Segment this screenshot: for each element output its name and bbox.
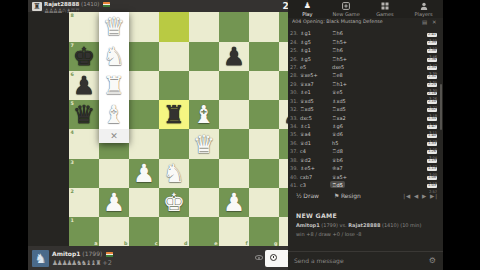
- white-move[interactable]: ♗e5+: [300, 165, 315, 171]
- move-row-24: 24.♗g5♖h5+2:393:50: [288, 37, 443, 45]
- square-f3[interactable]: [219, 159, 249, 188]
- white-move[interactable]: ♗c1: [300, 123, 310, 129]
- square-f5[interactable]: [219, 100, 249, 129]
- new-game-section: NEW GAME Amitop1 (1799) vs. Rajat28888 (…: [296, 212, 436, 237]
- move-number: 25.: [290, 47, 298, 53]
- half-point-icon: ½: [296, 192, 302, 199]
- move-row-40: 40.cxb7♕a5+1:082:58: [288, 172, 443, 180]
- white-move[interactable]: dxc5: [300, 115, 312, 121]
- white-move[interactable]: cxb7: [300, 174, 312, 180]
- square-c8[interactable]: [129, 12, 159, 41]
- square-c6[interactable]: [129, 71, 159, 100]
- black-queen-a5[interactable]: ♛: [69, 100, 99, 129]
- white-time: 2:31: [427, 75, 437, 79]
- avatar[interactable]: ♜: [32, 2, 42, 12]
- white-move[interactable]: c3: [300, 182, 306, 188]
- white-time: 2:41: [427, 33, 437, 37]
- square-f6[interactable]: [219, 71, 249, 100]
- new-game-title: NEW GAME: [296, 212, 436, 219]
- square-a2[interactable]: 2: [69, 188, 99, 217]
- square-g6[interactable]: [249, 71, 279, 100]
- white-time: 2:10: [427, 100, 437, 104]
- move-navigation-buttons[interactable]: |◀ ◀ ▶ ▶|: [403, 193, 438, 199]
- white-time: 2:38: [427, 49, 437, 53]
- white-time: 1:33: [427, 142, 437, 146]
- move-row-25: 25.♗g1♖h62:383:46: [288, 46, 443, 54]
- vs-text: vs.: [340, 222, 347, 228]
- black-move[interactable]: ♔a7: [332, 165, 343, 171]
- move-row-28: 28.♕xe5+♖e82:313:35: [288, 71, 443, 79]
- move-number: 37.: [290, 148, 298, 154]
- tab-label: New Game: [332, 11, 359, 17]
- move-number: 28.: [290, 72, 298, 78]
- country-flag-icon: [103, 2, 110, 7]
- square-g4[interactable]: [249, 129, 279, 158]
- move-row-39: 39.♗e5+♔a71:133:00: [288, 164, 443, 172]
- black-move[interactable]: ♖d8: [332, 148, 343, 154]
- move-number: 31.: [290, 98, 298, 104]
- black-move[interactable]: ♖h6: [332, 30, 343, 36]
- square-f8[interactable]: [219, 12, 249, 41]
- captured-pieces: ♟♟♟♟♟♞♞♝♝♜+2: [52, 259, 112, 267]
- games-icon: [381, 2, 389, 10]
- chat-bar: Send a message ⚙: [288, 251, 443, 270]
- players-icon: [420, 2, 428, 10]
- video-frame: ♜ Rajat28888 (1410) ♙♙♙♙♘♗♖♖ 2:57 876543…: [0, 0, 480, 270]
- move-number: 30.: [290, 89, 298, 95]
- white-bishop-e5[interactable]: ♝: [189, 100, 219, 129]
- white-pawn-b2[interactable]: ♟: [99, 188, 129, 217]
- player-rating: (1410): [81, 1, 99, 7]
- move-row-35: 35.♕a4♕d61:403:08: [288, 130, 443, 138]
- tab-players[interactable]: Players: [404, 0, 443, 18]
- square-e2[interactable]: [189, 188, 219, 217]
- square-c4[interactable]: [129, 129, 159, 158]
- white-rating: (1799): [321, 222, 338, 228]
- square-e7[interactable]: [189, 42, 219, 71]
- move-number: 39.: [290, 165, 298, 171]
- white-time: 2:25: [427, 83, 437, 87]
- white-move[interactable]: ♗g5: [300, 39, 311, 45]
- white-move[interactable]: ♗g1: [300, 30, 311, 36]
- white-pawn-c3[interactable]: ♟: [129, 159, 159, 188]
- black-move[interactable]: ♗g6: [332, 123, 343, 129]
- move-number: 38.: [290, 157, 298, 163]
- white-move[interactable]: ♗e1: [300, 89, 311, 95]
- white-time: 2:36: [427, 58, 437, 62]
- white-time: 1:55: [427, 117, 437, 121]
- country-flag-icon: [106, 252, 113, 257]
- white-time: 2:02: [427, 108, 437, 112]
- white-time: 1:19: [427, 159, 437, 163]
- square-a1[interactable]: 1a: [69, 217, 99, 246]
- matchup-line: Amitop1 (1799) vs. Rajat28888 (1410) (10…: [296, 222, 436, 228]
- white-king-d2[interactable]: ♚: [159, 188, 189, 217]
- white-move[interactable]: ♕a4: [300, 131, 311, 137]
- square-a3[interactable]: 3: [69, 159, 99, 188]
- white-time: 1:13: [427, 167, 437, 171]
- square-g8[interactable]: [249, 12, 279, 41]
- black-move[interactable]: ♕e5: [332, 89, 343, 95]
- move-number: 40.: [290, 174, 298, 180]
- move-number: 29.: [290, 81, 298, 87]
- square-d6[interactable]: [159, 71, 189, 100]
- rank-label: 8: [71, 13, 74, 18]
- new-game-icon: [342, 2, 350, 10]
- player-name: Amitop1: [52, 250, 80, 257]
- draw-button[interactable]: ½Draw: [296, 192, 319, 199]
- tab-play[interactable]: ♟Play: [288, 0, 327, 18]
- square-a8[interactable]: 8: [69, 12, 99, 41]
- opening-name: A04 Opening: Black Mustang Defense: [292, 19, 422, 24]
- square-d8[interactable]: [159, 12, 189, 41]
- book-icon[interactable]: ▤: [422, 19, 427, 25]
- move-row-29: 29.♕xa7♖h1+2:253:30: [288, 80, 443, 88]
- white-move[interactable]: ♕xe5+: [300, 72, 318, 78]
- tab-games[interactable]: Games: [366, 0, 405, 18]
- move-row-26: 26.♗g5♖h5+2:363:42: [288, 54, 443, 62]
- white-time: 2:18: [427, 92, 437, 96]
- black-move[interactable]: ♕b6: [332, 157, 343, 163]
- rating-odds: win +8 / draw +0 / lose -8: [296, 231, 436, 237]
- square-c7[interactable]: [129, 42, 159, 71]
- player-rating: (1799): [82, 250, 102, 257]
- gear-icon[interactable]: ⚙: [429, 256, 436, 265]
- square-f4[interactable]: [219, 129, 249, 158]
- black-pawn-a6[interactable]: ♟: [69, 71, 99, 100]
- white-move[interactable]: ♖xd5: [300, 106, 314, 112]
- black-move[interactable]: h5: [332, 140, 338, 146]
- scrollbar[interactable]: [440, 84, 442, 130]
- black-rook-d5[interactable]: ♜: [159, 100, 189, 129]
- black-move[interactable]: ♕d6: [332, 131, 343, 137]
- white-move[interactable]: ♗g1: [300, 47, 311, 53]
- square-g2[interactable]: [249, 188, 279, 217]
- white-queen-e4[interactable]: ♛: [189, 129, 219, 158]
- close-icon[interactable]: ✕: [432, 19, 437, 25]
- black-move[interactable]: ♕a5+: [332, 174, 347, 180]
- square-a4[interactable]: 4: [69, 129, 99, 158]
- promotion-dialog: ♛♞♜♝✕: [99, 12, 129, 143]
- square-d7[interactable]: [159, 42, 189, 71]
- move-row-23: 23.♗g1♖h62:413:55: [288, 29, 443, 37]
- rank-label: 2: [71, 189, 74, 194]
- app-content: ♜ Rajat28888 (1410) ♙♙♙♙♘♗♖♖ 2:57 876543…: [28, 0, 443, 270]
- white-pawn-f2[interactable]: ♟: [219, 188, 249, 217]
- move-row-38: 38.♕d2♕b61:193:02: [288, 155, 443, 163]
- game-actions: ½Draw ⚑Resign |◀ ◀ ▶ ▶|: [288, 190, 443, 205]
- move-row-34: 34.♗c1♗g61:473:11: [288, 122, 443, 130]
- move-list: 23.♗g1♖h62:413:5524.♗g5♖h5+2:393:5025.♗g…: [288, 29, 443, 189]
- move-number: 32.: [290, 106, 298, 112]
- resign-button[interactable]: ⚑Resign: [334, 192, 361, 199]
- promote-knight-option[interactable]: ♞: [99, 42, 129, 71]
- rank-label: 4: [71, 130, 74, 135]
- black-king-a7[interactable]: ♚: [69, 42, 99, 71]
- white-move[interactable]: ♕d2: [300, 157, 311, 163]
- move-number: 24.: [290, 39, 298, 45]
- black-move[interactable]: ♖h5+: [332, 56, 347, 62]
- flag-icon: ⚑: [334, 192, 339, 199]
- promotion-close-button[interactable]: ✕: [99, 129, 129, 143]
- tab-label: Games: [376, 11, 394, 17]
- move-number: 23.: [290, 30, 298, 36]
- rank-label: 1: [71, 218, 74, 223]
- white-time: 2:39: [427, 41, 437, 45]
- move-row-37: 37.c4♖d81:263:04: [288, 147, 443, 155]
- black-player-link[interactable]: Rajat28888: [348, 222, 380, 228]
- square-d4[interactable]: [159, 129, 189, 158]
- play-icon: ♟: [304, 2, 311, 10]
- square-e1[interactable]: e: [189, 217, 219, 246]
- square-e6[interactable]: [189, 71, 219, 100]
- black-move[interactable]: dxe5: [332, 64, 344, 70]
- move-row-27: 27.e5dxe52:353:39: [288, 63, 443, 71]
- black-move[interactable]: ♗xd5: [332, 98, 346, 104]
- move-number: 27.: [290, 64, 298, 70]
- move-row-30: 30.♗e1♕e52:183:26: [288, 88, 443, 96]
- black-move[interactable]: ♖e8: [332, 72, 343, 78]
- draw-label: Draw: [303, 192, 319, 199]
- move-row-36: 36.♕d1h51:333:06: [288, 138, 443, 146]
- square-e3[interactable]: [189, 159, 219, 188]
- tab-label: Players: [415, 11, 433, 17]
- black-pawn-f7[interactable]: ♟: [219, 42, 249, 71]
- black-move[interactable]: ♖xd5: [332, 106, 346, 112]
- square-g5[interactable]: [249, 100, 279, 129]
- square-c1[interactable]: c: [129, 217, 159, 246]
- black-move[interactable]: ♖h1+: [332, 81, 347, 87]
- move-number: 36.: [290, 140, 298, 146]
- move-row-41: 41.c3♖d51:032:57: [288, 181, 443, 189]
- panel-tabs: ♟PlayNew GameGamesPlayers: [288, 0, 443, 18]
- black-move[interactable]: ♖h6: [332, 47, 343, 53]
- white-knight-d3[interactable]: ♞: [159, 159, 189, 188]
- black-rating: (1410): [382, 222, 399, 228]
- white-move[interactable]: c4: [300, 148, 306, 154]
- white-move[interactable]: ♕xd5: [300, 98, 314, 104]
- black-move[interactable]: ♖d5: [332, 182, 343, 188]
- time-control: (10 min): [400, 222, 421, 228]
- tab-label: Play: [302, 11, 312, 17]
- black-move[interactable]: ♖xa2: [332, 115, 346, 121]
- spectator-eye-icon[interactable]: [255, 255, 263, 260]
- rank-label: 3: [71, 160, 74, 165]
- chat-input[interactable]: Send a message: [294, 257, 344, 264]
- black-move[interactable]: ♖h5+: [332, 39, 347, 45]
- square-f1[interactable]: f: [219, 217, 249, 246]
- side-panel: ♟PlayNew GameGamesPlayers A04 Opening: B…: [288, 0, 443, 270]
- square-e8[interactable]: [189, 12, 219, 41]
- captured-glyphs: ♟♟♟♟♟♞♞♝♝♜: [52, 259, 100, 267]
- square-g7[interactable]: [249, 42, 279, 71]
- white-move[interactable]: ♕d1: [300, 140, 311, 146]
- material-advantage: +2: [102, 259, 112, 267]
- square-c2[interactable]: [129, 188, 159, 217]
- white-move[interactable]: ♕xa7: [300, 81, 314, 87]
- move-number: 33.: [290, 115, 298, 121]
- clock-icon: [270, 254, 277, 261]
- promote-queen-option[interactable]: ♛: [99, 12, 129, 41]
- move-number: 41.: [290, 182, 298, 188]
- move-row-33: 33.dxc5♖xa21:553:14: [288, 113, 443, 121]
- square-c5[interactable]: [129, 100, 159, 129]
- white-time: 2:35: [427, 66, 437, 70]
- move-row-32: 32.♖xd5♖xd52:023:18: [288, 105, 443, 113]
- top-player-bar: ♜ Rajat28888 (1410) ♙♙♙♙♘♗♖♖ 2:57: [28, 0, 288, 12]
- resign-label: Resign: [341, 192, 361, 199]
- white-time: 1:03: [427, 184, 437, 188]
- white-time: 1:47: [427, 125, 437, 129]
- square-b1[interactable]: b: [99, 217, 129, 246]
- white-move[interactable]: ♗g5: [300, 56, 311, 62]
- white-player-link[interactable]: Amitop1: [296, 222, 320, 228]
- white-move[interactable]: e5: [300, 64, 306, 70]
- square-d1[interactable]: d: [159, 217, 189, 246]
- square-b3[interactable]: [99, 159, 129, 188]
- square-g1[interactable]: g: [249, 217, 279, 246]
- move-number: 35.: [290, 131, 298, 137]
- white-time: 1:40: [427, 134, 437, 138]
- promote-rook-option[interactable]: ♜: [99, 71, 129, 100]
- white-time: 1:26: [427, 150, 437, 154]
- avatar[interactable]: ♞: [32, 250, 49, 267]
- square-g3[interactable]: [249, 159, 279, 188]
- promote-bishop-option[interactable]: ♝: [99, 100, 129, 129]
- white-time: 1:08: [427, 176, 437, 180]
- tab-new-game[interactable]: New Game: [327, 0, 366, 18]
- bottom-player-name[interactable]: Amitop1 (1799): [52, 250, 113, 257]
- move-number: 26.: [290, 56, 298, 62]
- move-number: 34.: [290, 123, 298, 129]
- move-row-31: 31.♕xd5♗xd52:103:22: [288, 96, 443, 104]
